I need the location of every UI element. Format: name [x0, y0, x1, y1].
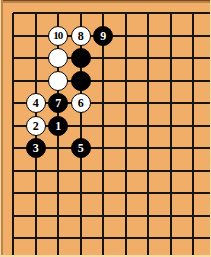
board-intersection [137, 227, 160, 250]
board-intersection [25, 227, 48, 250]
board-intersection [115, 70, 138, 93]
board-intersection [92, 160, 115, 183]
board-intersection: 1 [47, 115, 70, 138]
board-intersection [2, 25, 25, 48]
board-intersection [160, 2, 183, 25]
board-intersection [92, 47, 115, 70]
move-number-label: 3 [33, 142, 39, 154]
board-intersection [137, 137, 160, 160]
board-intersection [115, 2, 138, 25]
board-intersection [137, 70, 160, 93]
stone-white [48, 48, 68, 68]
stone-white: 2 [26, 116, 46, 136]
board-intersection [160, 227, 183, 250]
board-intersection [137, 182, 160, 205]
stone-black [71, 48, 91, 68]
board-intersection [2, 70, 25, 93]
board-intersection [25, 47, 48, 70]
board-intersection [115, 115, 138, 138]
stone-black: 5 [71, 138, 91, 158]
board-intersection [47, 227, 70, 250]
board-intersection [160, 25, 183, 48]
board-intersection: 8 [70, 25, 93, 48]
stone-black: 1 [48, 116, 68, 136]
board-intersection [47, 70, 70, 93]
stone-white: 4 [26, 93, 46, 113]
board-intersection [115, 137, 138, 160]
board-intersection [160, 47, 183, 70]
move-number-label: 1 [55, 120, 61, 132]
board-intersection: 5 [70, 137, 93, 160]
board-intersection [137, 115, 160, 138]
board-intersection [70, 160, 93, 183]
board-intersection [2, 205, 25, 228]
board-intersection [160, 92, 183, 115]
board-intersection [2, 182, 25, 205]
board-intersection [25, 2, 48, 25]
board-intersection [47, 137, 70, 160]
board-intersection [47, 205, 70, 228]
stone-black: 7 [48, 93, 68, 113]
board-intersection [160, 205, 183, 228]
board-intersection [70, 182, 93, 205]
board-intersection [115, 25, 138, 48]
board-intersection [2, 160, 25, 183]
board-intersection [92, 2, 115, 25]
board-intersection [160, 115, 183, 138]
board-intersection [137, 47, 160, 70]
move-number-label: 4 [33, 97, 39, 109]
move-number-label: 6 [78, 97, 84, 109]
stone-white: 6 [71, 93, 91, 113]
board-intersection [70, 227, 93, 250]
board-intersection [137, 160, 160, 183]
board-intersection: 3 [25, 137, 48, 160]
board-intersection [70, 47, 93, 70]
board-intersection [182, 227, 205, 250]
board-intersection [2, 92, 25, 115]
go-board-diagram: 10894762135 [0, 0, 211, 257]
board-frame-left [0, 0, 3, 257]
board-intersection: 10 [47, 25, 70, 48]
stone-black: 3 [26, 138, 46, 158]
board-intersection [160, 70, 183, 93]
board-intersection [25, 160, 48, 183]
board-intersection [115, 92, 138, 115]
board-intersection [70, 2, 93, 25]
board-intersection: 6 [70, 92, 93, 115]
stone-white: 10 [48, 26, 68, 46]
board-intersection: 2 [25, 115, 48, 138]
board-intersection [137, 205, 160, 228]
board-intersection [47, 160, 70, 183]
board-intersection [2, 137, 25, 160]
board-intersection [25, 70, 48, 93]
board-intersection [115, 205, 138, 228]
board-intersection [2, 2, 25, 25]
board-intersection [47, 47, 70, 70]
board-intersection [182, 25, 205, 48]
board-intersection [47, 2, 70, 25]
board-intersection [115, 160, 138, 183]
board-intersection [160, 137, 183, 160]
board-intersection: 4 [25, 92, 48, 115]
board-intersection: 9 [92, 25, 115, 48]
board-intersection [25, 182, 48, 205]
board-intersection [70, 115, 93, 138]
board-grid: 10894762135 [2, 2, 211, 257]
board-intersection: 7 [47, 92, 70, 115]
board-intersection [92, 182, 115, 205]
board-intersection [182, 137, 205, 160]
move-number-label: 8 [78, 30, 84, 42]
move-number-label: 2 [33, 120, 39, 132]
board-intersection [182, 182, 205, 205]
board-intersection [70, 70, 93, 93]
stone-white [48, 71, 68, 91]
stone-black [71, 71, 91, 91]
board-intersection [92, 70, 115, 93]
board-intersection [115, 227, 138, 250]
board-intersection [182, 115, 205, 138]
board-intersection [182, 47, 205, 70]
board-intersection [2, 47, 25, 70]
board-intersection [92, 115, 115, 138]
board-frame-right [210, 0, 211, 257]
board-intersection [92, 137, 115, 160]
board-intersection [25, 205, 48, 228]
board-intersection [182, 92, 205, 115]
board-intersection [115, 47, 138, 70]
board-intersection [182, 2, 205, 25]
move-number-label: 9 [100, 30, 106, 42]
stone-black: 9 [93, 26, 113, 46]
board-intersection [137, 92, 160, 115]
move-number-label: 7 [55, 97, 61, 109]
board-intersection [160, 160, 183, 183]
board-intersection [25, 25, 48, 48]
move-number-label: 5 [78, 142, 84, 154]
board-intersection [70, 205, 93, 228]
board-intersection [92, 92, 115, 115]
board-intersection [137, 25, 160, 48]
move-number-label: 10 [53, 30, 62, 41]
board-intersection [182, 160, 205, 183]
board-frame-top [0, 0, 211, 3]
board-intersection [182, 205, 205, 228]
board-intersection [160, 182, 183, 205]
stone-white: 8 [71, 26, 91, 46]
board-intersection [2, 115, 25, 138]
board-intersection [115, 182, 138, 205]
board-intersection [47, 182, 70, 205]
board-intersection [92, 227, 115, 250]
board-intersection [92, 205, 115, 228]
board-intersection [137, 2, 160, 25]
board-intersection [2, 227, 25, 250]
board-intersection [182, 70, 205, 93]
